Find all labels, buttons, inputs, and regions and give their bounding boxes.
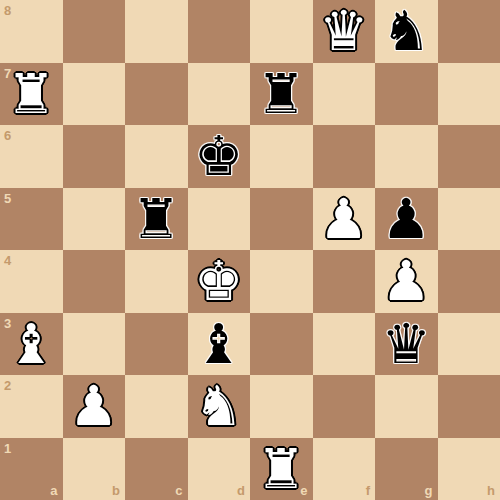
- square-b3[interactable]: [63, 313, 126, 376]
- rank-label-1: 1: [4, 442, 11, 455]
- square-e6[interactable]: [250, 125, 313, 188]
- square-g7[interactable]: [375, 63, 438, 126]
- white-pawn[interactable]: ♟: [319, 188, 368, 251]
- black-knight[interactable]: ♞: [382, 0, 431, 63]
- black-king[interactable]: ♚: [194, 125, 243, 188]
- square-f7[interactable]: [313, 63, 376, 126]
- square-c8[interactable]: [125, 0, 188, 63]
- white-bishop[interactable]: ♝: [7, 313, 56, 376]
- rank-label-2: 2: [4, 379, 11, 392]
- square-d2[interactable]: ♞: [188, 375, 251, 438]
- rank-label-5: 5: [4, 192, 11, 205]
- square-d6[interactable]: ♚: [188, 125, 251, 188]
- square-g8[interactable]: ♞: [375, 0, 438, 63]
- square-e5[interactable]: [250, 188, 313, 251]
- square-e1[interactable]: e♜: [250, 438, 313, 500]
- square-f6[interactable]: [313, 125, 376, 188]
- square-g5[interactable]: ♟: [375, 188, 438, 251]
- rank-label-6: 6: [4, 129, 11, 142]
- square-c6[interactable]: [125, 125, 188, 188]
- rank-label-4: 4: [4, 254, 11, 267]
- chess-board-container: 8♛♞7♜♜6♚5♜♟♟4♚♟3♝♝♛2♟♞1abcde♜fgh: [0, 0, 500, 500]
- square-b4[interactable]: [63, 250, 126, 313]
- square-c7[interactable]: [125, 63, 188, 126]
- square-a6[interactable]: 6: [0, 125, 63, 188]
- file-label-f: f: [366, 484, 370, 497]
- square-c3[interactable]: [125, 313, 188, 376]
- white-knight[interactable]: ♞: [194, 375, 243, 438]
- square-c2[interactable]: [125, 375, 188, 438]
- white-king[interactable]: ♚: [194, 250, 243, 313]
- file-label-g: g: [425, 484, 433, 497]
- square-f4[interactable]: [313, 250, 376, 313]
- square-f3[interactable]: [313, 313, 376, 376]
- square-h4[interactable]: [438, 250, 500, 313]
- square-e3[interactable]: [250, 313, 313, 376]
- square-h7[interactable]: [438, 63, 500, 126]
- square-a7[interactable]: 7♜: [0, 63, 63, 126]
- file-label-d: d: [237, 484, 245, 497]
- square-a2[interactable]: 2: [0, 375, 63, 438]
- square-d4[interactable]: ♚: [188, 250, 251, 313]
- square-a1[interactable]: 1a: [0, 438, 63, 500]
- rank-label-8: 8: [4, 4, 11, 17]
- square-e2[interactable]: [250, 375, 313, 438]
- square-e7[interactable]: ♜: [250, 63, 313, 126]
- square-f8[interactable]: ♛: [313, 0, 376, 63]
- square-c4[interactable]: [125, 250, 188, 313]
- square-e8[interactable]: [250, 0, 313, 63]
- square-d1[interactable]: d: [188, 438, 251, 500]
- file-label-h: h: [487, 484, 495, 497]
- square-h5[interactable]: [438, 188, 500, 251]
- square-h6[interactable]: [438, 125, 500, 188]
- square-d3[interactable]: ♝: [188, 313, 251, 376]
- square-b2[interactable]: ♟: [63, 375, 126, 438]
- square-a4[interactable]: 4: [0, 250, 63, 313]
- black-bishop[interactable]: ♝: [194, 313, 243, 376]
- square-h3[interactable]: [438, 313, 500, 376]
- chess-board: 8♛♞7♜♜6♚5♜♟♟4♚♟3♝♝♛2♟♞1abcde♜fgh: [0, 0, 500, 500]
- square-g2[interactable]: [375, 375, 438, 438]
- white-queen[interactable]: ♛: [319, 0, 368, 63]
- white-pawn[interactable]: ♟: [69, 375, 118, 438]
- square-a3[interactable]: 3♝: [0, 313, 63, 376]
- white-pawn[interactable]: ♟: [382, 250, 431, 313]
- square-g4[interactable]: ♟: [375, 250, 438, 313]
- square-d7[interactable]: [188, 63, 251, 126]
- square-a5[interactable]: 5: [0, 188, 63, 251]
- square-a8[interactable]: 8: [0, 0, 63, 63]
- black-queen[interactable]: ♛: [382, 313, 431, 376]
- square-h2[interactable]: [438, 375, 500, 438]
- black-pawn[interactable]: ♟: [382, 188, 431, 251]
- black-rook[interactable]: ♜: [132, 188, 181, 251]
- black-rook[interactable]: ♜: [257, 63, 306, 126]
- square-d5[interactable]: [188, 188, 251, 251]
- white-rook[interactable]: ♜: [7, 63, 56, 126]
- square-d8[interactable]: [188, 0, 251, 63]
- square-h1[interactable]: h: [438, 438, 500, 500]
- square-b5[interactable]: [63, 188, 126, 251]
- square-g6[interactable]: [375, 125, 438, 188]
- square-g1[interactable]: g: [375, 438, 438, 500]
- square-f2[interactable]: [313, 375, 376, 438]
- square-b7[interactable]: [63, 63, 126, 126]
- file-label-b: b: [112, 484, 120, 497]
- square-f1[interactable]: f: [313, 438, 376, 500]
- square-b6[interactable]: [63, 125, 126, 188]
- square-h8[interactable]: [438, 0, 500, 63]
- file-label-c: c: [175, 484, 182, 497]
- square-c5[interactable]: ♜: [125, 188, 188, 251]
- square-f5[interactable]: ♟: [313, 188, 376, 251]
- square-g3[interactable]: ♛: [375, 313, 438, 376]
- white-rook[interactable]: ♜: [257, 438, 306, 500]
- square-b1[interactable]: b: [63, 438, 126, 500]
- square-e4[interactable]: [250, 250, 313, 313]
- square-c1[interactable]: c: [125, 438, 188, 500]
- square-b8[interactable]: [63, 0, 126, 63]
- file-label-a: a: [50, 484, 57, 497]
